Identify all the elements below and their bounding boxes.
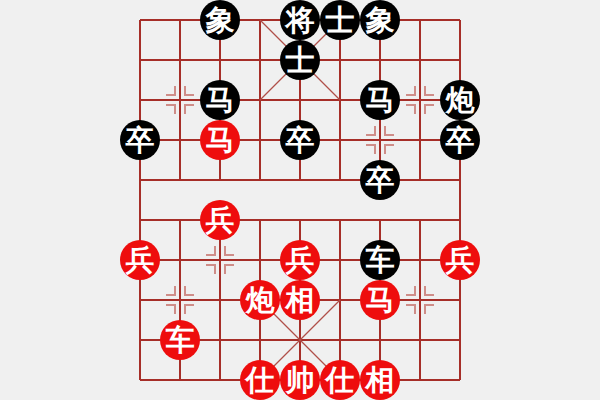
piece-black-elephant[interactable]: 象 (360, 0, 400, 40)
piece-red-horse[interactable]: 马 (200, 120, 240, 160)
piece-red-pawn[interactable]: 兵 (440, 240, 480, 280)
piece-red-advisor[interactable]: 仕 (240, 360, 280, 400)
xiangqi-board: 象将士象士马马炮卒卒卒卒车马兵兵兵兵炮相马车仕帅仕相 (120, 0, 480, 400)
piece-red-elephant[interactable]: 相 (280, 280, 320, 320)
piece-red-pawn[interactable]: 兵 (120, 240, 160, 280)
piece-red-chariot[interactable]: 车 (160, 320, 200, 360)
piece-black-advisor[interactable]: 士 (280, 40, 320, 80)
piece-red-elephant[interactable]: 相 (360, 360, 400, 400)
piece-red-cannon[interactable]: 炮 (240, 280, 280, 320)
piece-black-cannon[interactable]: 炮 (440, 80, 480, 120)
piece-black-horse[interactable]: 马 (360, 80, 400, 120)
piece-black-pawn[interactable]: 卒 (280, 120, 320, 160)
piece-black-king[interactable]: 将 (280, 0, 320, 40)
piece-red-king[interactable]: 帅 (280, 360, 320, 400)
piece-red-horse[interactable]: 马 (360, 280, 400, 320)
piece-black-pawn[interactable]: 卒 (360, 160, 400, 200)
piece-layer: 象将士象士马马炮卒卒卒卒车马兵兵兵兵炮相马车仕帅仕相 (120, 0, 480, 400)
piece-black-horse[interactable]: 马 (200, 80, 240, 120)
piece-red-pawn[interactable]: 兵 (200, 200, 240, 240)
piece-black-elephant[interactable]: 象 (200, 0, 240, 40)
piece-black-pawn[interactable]: 卒 (120, 120, 160, 160)
piece-red-pawn[interactable]: 兵 (280, 240, 320, 280)
piece-black-advisor[interactable]: 士 (320, 0, 360, 40)
piece-black-pawn[interactable]: 卒 (440, 120, 480, 160)
piece-red-advisor[interactable]: 仕 (320, 360, 360, 400)
piece-black-chariot[interactable]: 车 (360, 240, 400, 280)
